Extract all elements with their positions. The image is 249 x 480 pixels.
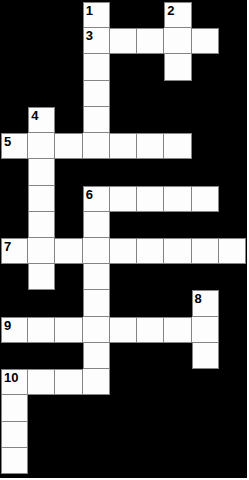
block-r16c3: [83, 422, 110, 448]
block-r16c8: [219, 422, 246, 448]
cell-r15c0[interactable]: [1, 395, 28, 421]
block-r6c4: [110, 159, 137, 185]
cell-r5c4[interactable]: [110, 133, 137, 159]
clue-number-1: 1: [86, 4, 93, 17]
block-r0c0: [1, 2, 28, 28]
cell-r12c0[interactable]: 9: [1, 317, 28, 343]
block-r4c4: [110, 107, 137, 133]
block-r1c1: [28, 28, 55, 54]
block-r10c6: [164, 264, 191, 290]
block-r4c6: [164, 107, 191, 133]
cell-r9c3[interactable]: [83, 238, 110, 264]
cell-r17c0[interactable]: [1, 448, 28, 474]
block-r7c8: [219, 186, 246, 212]
block-r13c4: [110, 343, 137, 369]
block-r6c3: [83, 159, 110, 185]
block-r0c2: [55, 2, 82, 28]
cell-r12c1[interactable]: [28, 317, 55, 343]
block-r2c7: [192, 54, 219, 80]
clue-number-6: 6: [86, 188, 93, 201]
clue-number-10: 10: [4, 371, 18, 384]
block-r8c8: [219, 212, 246, 238]
cell-r14c0[interactable]: 10: [1, 369, 28, 395]
cell-r14c3[interactable]: [83, 369, 110, 395]
clue-number-7: 7: [4, 240, 11, 253]
cell-r1c3[interactable]: 3: [83, 28, 110, 54]
block-r11c4: [110, 290, 137, 316]
cell-r7c1[interactable]: [28, 186, 55, 212]
block-r13c8: [219, 343, 246, 369]
block-r0c7: [192, 2, 219, 28]
block-r11c5: [137, 290, 164, 316]
block-r15c1: [28, 395, 55, 421]
cell-r9c0[interactable]: 7: [1, 238, 28, 264]
block-r14c5: [137, 369, 164, 395]
cell-r9c6[interactable]: [164, 238, 191, 264]
block-r11c8: [219, 290, 246, 316]
cell-r5c6[interactable]: [164, 133, 191, 159]
block-r15c5: [137, 395, 164, 421]
block-r0c1: [28, 2, 55, 28]
block-r3c7: [192, 81, 219, 107]
block-r16c5: [137, 422, 164, 448]
cell-r12c5[interactable]: [137, 317, 164, 343]
block-r2c8: [219, 54, 246, 80]
block-r16c2: [55, 422, 82, 448]
block-r1c2: [55, 28, 82, 54]
clue-number-3: 3: [86, 29, 93, 42]
block-r3c1: [28, 81, 55, 107]
block-r12c8: [219, 317, 246, 343]
block-r8c4: [110, 212, 137, 238]
cell-r0c3[interactable]: 1: [83, 2, 110, 28]
block-r6c6: [164, 159, 191, 185]
block-r0c5: [137, 2, 164, 28]
cell-r12c2[interactable]: [55, 317, 82, 343]
block-r4c5: [137, 107, 164, 133]
block-r0c8: [219, 2, 246, 28]
cell-r12c4[interactable]: [110, 317, 137, 343]
cell-r16c0[interactable]: [1, 422, 28, 448]
cell-r2c6[interactable]: [164, 54, 191, 80]
cell-r3c3[interactable]: [83, 81, 110, 107]
crossword-page: 12345678910: [0, 0, 249, 480]
block-r13c5: [137, 343, 164, 369]
block-r7c2: [55, 186, 82, 212]
cell-r10c3[interactable]: [83, 264, 110, 290]
block-r3c0: [1, 81, 28, 107]
block-r0c4: [110, 2, 137, 28]
block-r5c8: [219, 133, 246, 159]
cell-r0c6[interactable]: 2: [164, 2, 191, 28]
clue-number-2: 2: [167, 4, 174, 17]
block-r17c7: [192, 448, 219, 474]
block-r13c1: [28, 343, 55, 369]
block-r16c6: [164, 422, 191, 448]
block-r8c2: [55, 212, 82, 238]
block-r10c4: [110, 264, 137, 290]
cell-r12c6[interactable]: [164, 317, 191, 343]
block-r3c8: [219, 81, 246, 107]
block-r11c0: [1, 290, 28, 316]
clue-number-4: 4: [31, 109, 38, 122]
cell-r9c7[interactable]: [192, 238, 219, 264]
block-r17c1: [28, 448, 55, 474]
block-r15c7: [192, 395, 219, 421]
block-r3c6: [164, 81, 191, 107]
block-r10c0: [1, 264, 28, 290]
clue-number-9: 9: [4, 319, 11, 332]
cell-r11c7[interactable]: 8: [192, 290, 219, 316]
block-r6c0: [1, 159, 28, 185]
block-r17c4: [110, 448, 137, 474]
block-r1c8: [219, 28, 246, 54]
block-r8c0: [1, 212, 28, 238]
cell-r6c1[interactable]: [28, 159, 55, 185]
cell-r1c4[interactable]: [110, 28, 137, 54]
cell-r5c0[interactable]: 5: [1, 133, 28, 159]
cell-r7c5[interactable]: [137, 186, 164, 212]
block-r7c0: [1, 186, 28, 212]
block-r8c7: [192, 212, 219, 238]
cell-r1c6[interactable]: [164, 28, 191, 54]
block-r8c5: [137, 212, 164, 238]
cell-r9c5[interactable]: [137, 238, 164, 264]
block-r10c2: [55, 264, 82, 290]
cell-r9c8[interactable]: [219, 238, 246, 264]
cell-r5c1[interactable]: [28, 133, 55, 159]
block-r14c4: [110, 369, 137, 395]
block-r2c2: [55, 54, 82, 80]
block-r4c2: [55, 107, 82, 133]
block-r11c2: [55, 290, 82, 316]
block-r4c8: [219, 107, 246, 133]
block-r10c5: [137, 264, 164, 290]
block-r4c7: [192, 107, 219, 133]
block-r11c6: [164, 290, 191, 316]
block-r14c6: [164, 369, 191, 395]
block-r6c5: [137, 159, 164, 185]
cell-r7c6[interactable]: [164, 186, 191, 212]
block-r14c7: [192, 369, 219, 395]
block-r3c5: [137, 81, 164, 107]
block-r13c6: [164, 343, 191, 369]
cell-r8c3[interactable]: [83, 212, 110, 238]
cell-r7c7[interactable]: [192, 186, 219, 212]
block-r17c2: [55, 448, 82, 474]
block-r4c0: [1, 107, 28, 133]
cell-r2c3[interactable]: [83, 54, 110, 80]
block-r2c0: [1, 54, 28, 80]
cell-r1c7[interactable]: [192, 28, 219, 54]
cell-r10c1[interactable]: [28, 264, 55, 290]
cell-r9c4[interactable]: [110, 238, 137, 264]
clue-number-8: 8: [195, 292, 202, 305]
cell-r4c1[interactable]: 4: [28, 107, 55, 133]
block-r16c7: [192, 422, 219, 448]
block-r16c4: [110, 422, 137, 448]
crossword-grid: 12345678910: [1, 2, 246, 474]
block-r10c7: [192, 264, 219, 290]
cell-r9c2[interactable]: [55, 238, 82, 264]
block-r14c8: [219, 369, 246, 395]
block-r6c2: [55, 159, 82, 185]
block-r5c7: [192, 133, 219, 159]
cell-r5c3[interactable]: [83, 133, 110, 159]
block-r17c3: [83, 448, 110, 474]
block-r15c2: [55, 395, 82, 421]
block-r15c8: [219, 395, 246, 421]
block-r2c1: [28, 54, 55, 80]
cell-r12c7[interactable]: [192, 317, 219, 343]
cell-r14c1[interactable]: [28, 369, 55, 395]
block-r15c4: [110, 395, 137, 421]
block-r3c4: [110, 81, 137, 107]
cell-r4c3[interactable]: [83, 107, 110, 133]
block-r16c1: [28, 422, 55, 448]
cell-r13c7[interactable]: [192, 343, 219, 369]
block-r2c5: [137, 54, 164, 80]
block-r17c8: [219, 448, 246, 474]
block-r17c6: [164, 448, 191, 474]
block-r6c8: [219, 159, 246, 185]
cell-r14c2[interactable]: [55, 369, 82, 395]
block-r17c5: [137, 448, 164, 474]
cell-r11c3[interactable]: [83, 290, 110, 316]
block-r13c0: [1, 343, 28, 369]
block-r15c3: [83, 395, 110, 421]
cell-r13c3[interactable]: [83, 343, 110, 369]
cell-r1c5[interactable]: [137, 28, 164, 54]
cell-r12c3[interactable]: [83, 317, 110, 343]
block-r15c6: [164, 395, 191, 421]
block-r10c8: [219, 264, 246, 290]
clue-number-5: 5: [4, 135, 11, 148]
cell-r8c1[interactable]: [28, 212, 55, 238]
cell-r7c4[interactable]: [110, 186, 137, 212]
cell-r9c1[interactable]: [28, 238, 55, 264]
block-r8c6: [164, 212, 191, 238]
block-r6c7: [192, 159, 219, 185]
block-r11c1: [28, 290, 55, 316]
block-r1c0: [1, 28, 28, 54]
cell-r5c5[interactable]: [137, 133, 164, 159]
block-r3c2: [55, 81, 82, 107]
cell-r7c3[interactable]: 6: [83, 186, 110, 212]
block-r2c4: [110, 54, 137, 80]
block-r13c2: [55, 343, 82, 369]
cell-r5c2[interactable]: [55, 133, 82, 159]
